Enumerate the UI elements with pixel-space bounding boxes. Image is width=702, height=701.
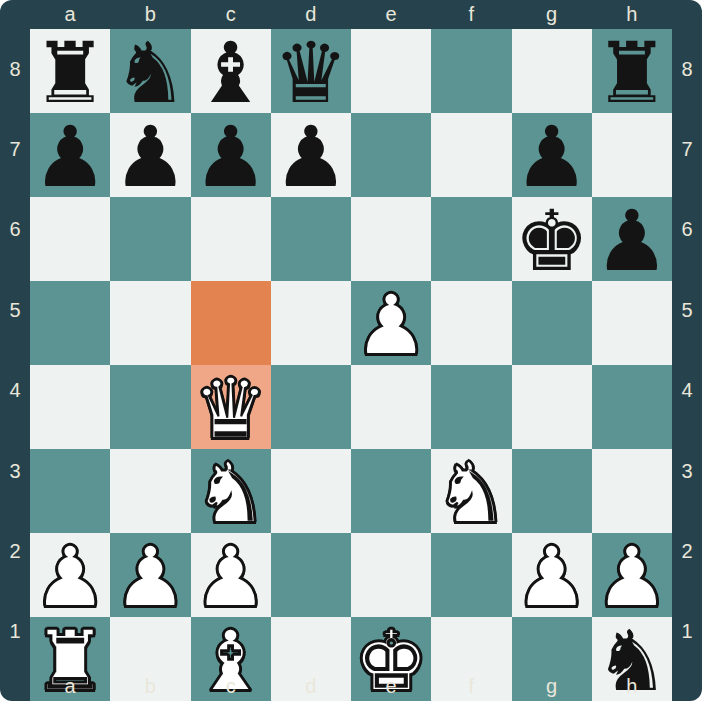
square-f7[interactable]: [431, 113, 511, 197]
square-b8[interactable]: ♞: [110, 29, 190, 113]
square-h7[interactable]: [592, 113, 672, 197]
square-f4[interactable]: [431, 365, 511, 449]
file-label-f: f: [431, 0, 511, 29]
square-f5[interactable]: [431, 281, 511, 365]
rank-label-2: 2: [0, 511, 30, 591]
white-pawn-e5[interactable]: ♟: [353, 283, 428, 367]
white-pawn-h2[interactable]: ♟: [594, 535, 669, 619]
square-g7[interactable]: ♟: [512, 113, 592, 197]
rank-label-4: 4: [672, 351, 702, 431]
square-f8[interactable]: [431, 29, 511, 113]
chess-board-frame: abcdefgh 87654321 ♜♞♝♛♜♟♟♟♟♟♚♟♟♛♞♞♟♟♟♟♟♜…: [0, 0, 702, 701]
file-label-g: g: [512, 672, 592, 701]
square-a3[interactable]: [30, 449, 110, 533]
square-h8[interactable]: ♜: [592, 29, 672, 113]
rank-label-2: 2: [672, 511, 702, 591]
square-h6[interactable]: ♟: [592, 197, 672, 281]
square-c5[interactable]: [191, 281, 271, 365]
white-pawn-g2[interactable]: ♟: [514, 535, 589, 619]
square-f3[interactable]: ♞: [431, 449, 511, 533]
square-h4[interactable]: [592, 365, 672, 449]
white-pawn-b2[interactable]: ♟: [113, 535, 188, 619]
black-pawn-a7[interactable]: ♟: [32, 115, 107, 199]
rank-label-1: 1: [672, 592, 702, 672]
black-pawn-b7[interactable]: ♟: [113, 115, 188, 199]
black-pawn-h6[interactable]: ♟: [594, 199, 669, 283]
rank-label-8: 8: [672, 29, 702, 109]
white-knight-c3[interactable]: ♞: [193, 451, 268, 535]
black-knight-b8[interactable]: ♞: [113, 31, 188, 115]
square-a6[interactable]: [30, 197, 110, 281]
square-e3[interactable]: [351, 449, 431, 533]
square-e7[interactable]: [351, 113, 431, 197]
square-c6[interactable]: [191, 197, 271, 281]
square-h2[interactable]: ♟: [592, 533, 672, 617]
square-b5[interactable]: [110, 281, 190, 365]
square-g8[interactable]: [512, 29, 592, 113]
file-label-f: f: [431, 672, 511, 701]
white-pawn-c2[interactable]: ♟: [193, 535, 268, 619]
square-b2[interactable]: ♟: [110, 533, 190, 617]
square-b3[interactable]: [110, 449, 190, 533]
black-king-g6[interactable]: ♚: [514, 199, 589, 283]
square-c2[interactable]: ♟: [191, 533, 271, 617]
square-g3[interactable]: [512, 449, 592, 533]
square-f6[interactable]: [431, 197, 511, 281]
square-b6[interactable]: [110, 197, 190, 281]
square-e5[interactable]: ♟: [351, 281, 431, 365]
square-d3[interactable]: [271, 449, 351, 533]
square-g5[interactable]: [512, 281, 592, 365]
rank-label-3: 3: [672, 431, 702, 511]
board: ♜♞♝♛♜♟♟♟♟♟♚♟♟♛♞♞♟♟♟♟♟♜♝♚♞: [30, 29, 672, 672]
rank-label-7: 7: [0, 109, 30, 189]
square-e6[interactable]: [351, 197, 431, 281]
black-rook-h8[interactable]: ♜: [594, 31, 669, 115]
square-c7[interactable]: ♟: [191, 113, 271, 197]
rank-label-1: 1: [0, 592, 30, 672]
square-h5[interactable]: [592, 281, 672, 365]
white-knight-f3[interactable]: ♞: [434, 451, 509, 535]
square-b4[interactable]: [110, 365, 190, 449]
square-e2[interactable]: [351, 533, 431, 617]
white-queen-c4[interactable]: ♛: [193, 367, 268, 451]
rank-label-5: 5: [672, 270, 702, 350]
black-rook-a8[interactable]: ♜: [32, 31, 107, 115]
square-d2[interactable]: [271, 533, 351, 617]
square-a8[interactable]: ♜: [30, 29, 110, 113]
square-c8[interactable]: ♝: [191, 29, 271, 113]
black-pawn-g7[interactable]: ♟: [514, 115, 589, 199]
square-g2[interactable]: ♟: [512, 533, 592, 617]
black-queen-d8[interactable]: ♛: [273, 31, 348, 115]
file-label-d: d: [271, 672, 351, 701]
square-b7[interactable]: ♟: [110, 113, 190, 197]
rank-label-6: 6: [0, 190, 30, 270]
rank-label-3: 3: [0, 431, 30, 511]
square-d5[interactable]: [271, 281, 351, 365]
file-label-h: h: [592, 672, 672, 701]
file-label-a: a: [30, 672, 110, 701]
file-label-g: g: [512, 0, 592, 29]
rank-label-6: 6: [672, 190, 702, 270]
black-pawn-d7[interactable]: ♟: [273, 115, 348, 199]
file-label-e: e: [351, 672, 431, 701]
rank-label-7: 7: [672, 109, 702, 189]
file-label-e: e: [351, 0, 431, 29]
square-e4[interactable]: [351, 365, 431, 449]
square-d4[interactable]: [271, 365, 351, 449]
file-label-c: c: [191, 672, 271, 701]
square-f2[interactable]: [431, 533, 511, 617]
rank-label-4: 4: [0, 351, 30, 431]
square-a4[interactable]: [30, 365, 110, 449]
white-pawn-a2[interactable]: ♟: [32, 535, 107, 619]
square-c3[interactable]: ♞: [191, 449, 271, 533]
rank-labels-left: 87654321: [0, 29, 30, 672]
rank-label-5: 5: [0, 270, 30, 350]
square-a7[interactable]: ♟: [30, 113, 110, 197]
square-a2[interactable]: ♟: [30, 533, 110, 617]
square-d6[interactable]: [271, 197, 351, 281]
black-pawn-c7[interactable]: ♟: [193, 115, 268, 199]
square-a5[interactable]: [30, 281, 110, 365]
square-h3[interactable]: [592, 449, 672, 533]
square-c4[interactable]: ♛: [191, 365, 271, 449]
square-d8[interactable]: ♛: [271, 29, 351, 113]
square-e8[interactable]: [351, 29, 431, 113]
black-bishop-c8[interactable]: ♝: [193, 31, 268, 115]
square-g4[interactable]: [512, 365, 592, 449]
rank-labels-right: 87654321: [672, 29, 702, 672]
file-label-b: b: [110, 672, 190, 701]
rank-label-8: 8: [0, 29, 30, 109]
file-labels-bottom: abcdefgh: [30, 672, 672, 701]
square-d7[interactable]: ♟: [271, 113, 351, 197]
square-g6[interactable]: ♚: [512, 197, 592, 281]
